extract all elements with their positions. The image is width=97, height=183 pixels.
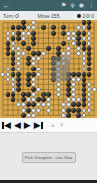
next-move-button[interactable]: ▶ [24, 118, 31, 133]
black-stone [26, 77, 31, 82]
bottom-nav-strip [0, 180, 97, 183]
white-stone [21, 31, 26, 36]
black-stone [51, 31, 56, 36]
black-stone-icon [77, 14, 81, 18]
triangle-icon: ◀ [14, 118, 21, 133]
white-stone [16, 67, 21, 72]
white-stone [36, 72, 41, 77]
white-stone [82, 108, 87, 113]
last-move-button[interactable]: ▶ [34, 118, 43, 133]
bottom-panel: Park Yeonghun - Lian Xiao [0, 134, 97, 180]
black-stone [82, 77, 87, 82]
white-stone [31, 108, 36, 113]
white-stone [87, 31, 92, 36]
black-stone [21, 41, 26, 46]
white-stone [36, 108, 41, 113]
star-point [48, 37, 50, 39]
white-stone [82, 36, 87, 41]
white-stone [36, 56, 41, 61]
white-stone [11, 31, 16, 36]
black-stone [16, 87, 21, 92]
black-stone [16, 72, 21, 77]
triangle-icon: ◀ [4, 118, 11, 133]
black-stone [82, 31, 87, 36]
black-stone [16, 77, 21, 82]
black-stone [76, 72, 81, 77]
black-stone [31, 36, 36, 41]
white-stone [82, 113, 87, 118]
eye-icon[interactable]: ◉ [79, 0, 84, 11]
white-stone [6, 72, 11, 77]
variation-down-button[interactable]: ▼ [59, 118, 65, 133]
topbar-icons: ⚑ψ◉⋮ [61, 0, 94, 11]
white-stone [21, 108, 26, 113]
black-stone [11, 72, 16, 77]
players-button[interactable]: Park Yeonghun - Lian Xiao [22, 152, 76, 163]
white-stone [26, 31, 31, 36]
black-stone [82, 72, 87, 77]
variation-up-button[interactable]: ▲ [50, 118, 56, 133]
white-stone [16, 102, 21, 107]
back-button[interactable]: ← [3, 0, 10, 11]
triangle-icon: ▶ [24, 118, 31, 133]
black-stone [16, 25, 21, 30]
white-stone [41, 51, 46, 56]
black-stone [31, 31, 36, 36]
black-stone [26, 82, 31, 87]
white-stone [16, 61, 21, 66]
black-stone [87, 72, 92, 77]
go-app-window: ← ⚑ψ◉⋮ Turn: Move 155 2 0 ◀◀▶▶▲▼ Park Ye… [0, 0, 97, 183]
flag-icon[interactable]: ⚑ [61, 0, 66, 11]
board-region-overlay [52, 57, 70, 81]
first-move-button[interactable]: ◀ [2, 118, 11, 133]
black-stone [66, 113, 71, 118]
status-bar: Turn: Move 155 2 0 [0, 11, 97, 20]
white-stone [6, 31, 11, 36]
branch-icon[interactable]: ψ [70, 0, 74, 11]
turn-label: Turn: [3, 13, 14, 19]
white-stone [11, 77, 16, 82]
go-board[interactable] [0, 20, 97, 118]
black-stone [26, 72, 31, 77]
white-stone-icon [86, 14, 90, 18]
black-stone [11, 36, 16, 41]
star-point [17, 99, 19, 101]
triangle-icon: ▶ [34, 118, 41, 133]
black-stone [46, 46, 51, 51]
white-stone [87, 108, 92, 113]
star-point [48, 68, 50, 70]
playback-controls: ◀◀▶▶▲▼ [0, 118, 97, 133]
captures-indicator: 2 0 [77, 13, 94, 19]
white-captures-count: 0 [91, 13, 94, 19]
black-captures-count: 2 [82, 13, 85, 19]
white-stone [0, 72, 5, 77]
stop-bar-icon [41, 122, 43, 129]
turn-indicator: Turn: [3, 13, 19, 19]
white-stone [46, 108, 51, 113]
black-stone [16, 31, 21, 36]
black-stone [61, 41, 66, 46]
white-stone [6, 77, 11, 82]
white-stone [31, 77, 36, 82]
overflow-menu-icon[interactable]: ⋮ [88, 0, 94, 11]
black-stone [76, 108, 81, 113]
white-stone [92, 87, 97, 92]
black-stone [26, 108, 31, 113]
black-stone [26, 46, 31, 51]
move-counter: Move 155 [19, 13, 77, 19]
black-stone [31, 41, 36, 46]
prev-move-button[interactable]: ◀ [14, 118, 21, 133]
black-stone [16, 36, 21, 41]
black-stone [26, 61, 31, 66]
white-stone [87, 36, 92, 41]
white-stone [6, 36, 11, 41]
top-app-bar: ← ⚑ψ◉⋮ [0, 0, 97, 11]
star-point [78, 68, 80, 70]
black-stone [76, 31, 81, 36]
white-stone [36, 87, 41, 92]
white-stone [21, 36, 26, 41]
black-stone [31, 72, 36, 77]
white-stone [21, 51, 26, 56]
